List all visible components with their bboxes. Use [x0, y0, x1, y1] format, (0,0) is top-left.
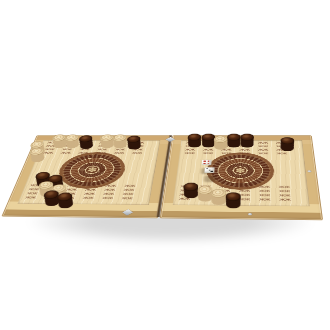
point-motif: ЖЖ	[114, 151, 124, 154]
die-pip	[207, 163, 209, 164]
die-pip	[207, 161, 209, 162]
point-motif: ЖЖ	[96, 151, 107, 154]
die-pip	[211, 171, 213, 172]
die-pip	[203, 163, 205, 164]
board-half-left: ✽ ЖЖЖЖЖЖЖЖЖЖЖЖЖЖЖЖЖЖЖЖЖЖЖЖЖЖЖЖЖЖЖЖЖЖЖЖЖЖ…	[1, 135, 170, 218]
point-motif: ЖЖ	[132, 151, 142, 154]
point-motif: ЖЖ	[184, 151, 194, 154]
point-motif: ЖЖ	[203, 151, 213, 154]
product-photo-stage: ✽ ЖЖЖЖЖЖЖЖЖЖЖЖЖЖЖЖЖЖЖЖЖЖЖЖЖЖЖЖЖЖЖЖЖЖЖЖЖЖ…	[0, 0, 330, 330]
die[interactable]	[202, 160, 212, 165]
point-motif: ЖЖ	[43, 151, 54, 154]
point-motif-column: ЖЖЖЖЖЖЖЖ	[219, 141, 234, 155]
point-motif-column: ЖЖЖЖЖЖЖЖ	[200, 141, 216, 155]
point-motif: ЖЖ	[221, 152, 231, 155]
point-motif: ЖЖ	[277, 152, 287, 155]
die-pip	[204, 161, 206, 162]
point-motif: ЖЖ	[78, 151, 89, 154]
checker-light[interactable]	[30, 155, 46, 162]
point-motif: ЖЖ	[240, 152, 250, 155]
point-motif-column: ЖЖЖЖЖЖЖЖ	[237, 141, 252, 155]
checker-dark[interactable]	[57, 200, 74, 209]
point-motif: ЖЖ	[258, 152, 268, 155]
point-motif-column: ЖЖЖЖЖЖЖЖ	[273, 141, 289, 155]
board-half-right: ✽ ЖЖЖЖЖЖЖЖЖЖЖЖЖЖЖЖЖЖЖЖЖЖЖЖЖЖЖЖЖЖЖЖЖЖЖЖЖЖ…	[160, 135, 323, 220]
point-motif: ЖЖ	[60, 151, 71, 154]
point-motif-column: ЖЖЖЖЖЖЖЖ	[129, 141, 146, 154]
checker-dark[interactable]	[226, 200, 241, 209]
die[interactable]	[205, 167, 215, 172]
backgammon-board: ✽ ЖЖЖЖЖЖЖЖЖЖЖЖЖЖЖЖЖЖЖЖЖЖЖЖЖЖЖЖЖЖЖЖЖЖЖЖЖЖ…	[2, 135, 321, 219]
point-motif-column: ЖЖЖЖЖЖЖЖ	[255, 141, 270, 155]
point-motif-column: ЖЖЖЖЖЖЖЖ	[182, 141, 198, 155]
checker-light[interactable]	[211, 196, 226, 205]
